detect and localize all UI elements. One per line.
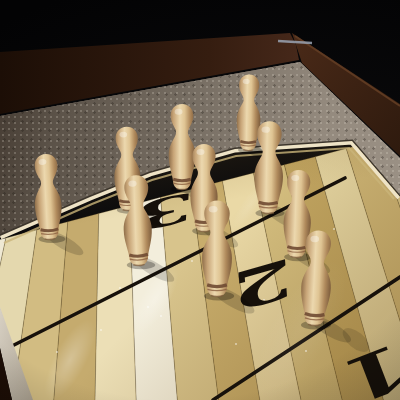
bowling-pin-10[interactable] [236,74,261,151]
pins-layer [0,0,400,400]
bowling-pin-9[interactable] [169,104,196,190]
bowling-pin-7[interactable] [32,153,63,240]
bowling-pin-4[interactable] [122,175,153,266]
bowling-pin-6[interactable] [254,121,284,214]
shuffleboard-scene: 3 2 1 [0,0,400,400]
bowling-pin-2[interactable] [202,200,232,296]
